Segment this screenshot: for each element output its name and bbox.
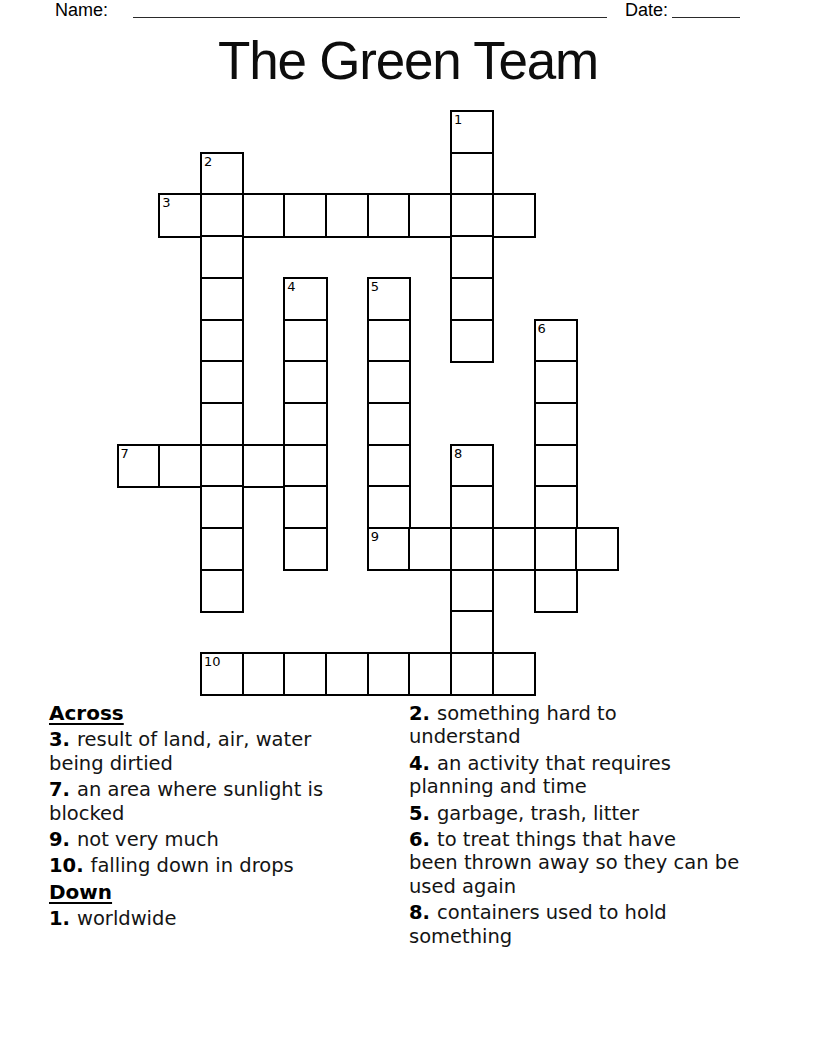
clues-column-right: 2.something hard to understand 4.an acti… <box>409 702 787 951</box>
grid-cell-r10c2[interactable] <box>200 527 244 571</box>
clue-down-2-number: 2. <box>409 702 430 725</box>
grid-cell-r2c2[interactable] <box>200 193 244 237</box>
clue-down-5-text: garbage, trash, litter <box>437 802 639 825</box>
clue-down-2-text: something hard to understand <box>409 702 617 748</box>
clue-down-6-number: 6. <box>409 828 430 851</box>
grid-cell-r8c2[interactable] <box>200 444 244 488</box>
clue-down-1: 1.worldwide <box>49 907 394 930</box>
clue-across-9: 9.not very much <box>49 828 394 851</box>
grid-cell-r12c8[interactable] <box>450 610 494 654</box>
grid-cell-r2c6[interactable] <box>367 193 411 237</box>
clue-down-4-text: an activity that requires planning and t… <box>409 752 671 798</box>
across-heading: Across <box>49 702 394 725</box>
grid-cell-r5c6[interactable] <box>367 319 411 363</box>
clue-number-5: 5 <box>371 279 379 294</box>
grid-cell-r7c2[interactable] <box>200 402 244 446</box>
clue-down-5: 5.garbage, trash, litter <box>409 802 787 825</box>
grid-cell-r9c4[interactable] <box>283 485 327 529</box>
grid-cell-r8c6[interactable] <box>367 444 411 488</box>
grid-cell-r8c4[interactable] <box>283 444 327 488</box>
grid-cell-r11c2[interactable] <box>200 569 244 613</box>
grid-cell-r2c8[interactable] <box>450 193 494 237</box>
grid-cell-r4c4[interactable]: 4 <box>283 277 327 321</box>
clue-across-3: 3.result of land, air, water being dirti… <box>49 728 394 775</box>
clue-down-8-number: 8. <box>409 901 430 924</box>
worksheet-page: Name: Date: The Green Team 12345678910 A… <box>0 0 816 1056</box>
clue-across-7-text: an area where sunlight is blocked <box>49 778 323 824</box>
grid-cell-r13c9[interactable] <box>492 652 536 696</box>
grid-cell-r10c9[interactable] <box>492 527 536 571</box>
grid-cell-r9c8[interactable] <box>450 485 494 529</box>
grid-cell-r4c6[interactable]: 5 <box>367 277 411 321</box>
grid-cell-r2c1[interactable]: 3 <box>158 193 202 237</box>
grid-cell-r10c7[interactable] <box>408 527 452 571</box>
clue-down-5-number: 5. <box>409 802 430 825</box>
grid-cell-r2c7[interactable] <box>408 193 452 237</box>
grid-cell-r11c8[interactable] <box>450 569 494 613</box>
clue-number-8: 8 <box>454 446 462 461</box>
clue-number-3: 3 <box>162 195 170 210</box>
clue-across-9-number: 9. <box>49 828 70 851</box>
grid-cell-r13c4[interactable] <box>283 652 327 696</box>
grid-cell-r10c6[interactable]: 9 <box>367 527 411 571</box>
grid-cell-r7c10[interactable] <box>534 402 578 446</box>
grid-cell-r10c11[interactable] <box>575 527 619 571</box>
grid-cell-r3c2[interactable] <box>200 235 244 279</box>
clue-number-6: 6 <box>538 321 546 336</box>
grid-cell-r8c10[interactable] <box>534 444 578 488</box>
grid-cell-r13c6[interactable] <box>367 652 411 696</box>
grid-cell-r13c7[interactable] <box>408 652 452 696</box>
grid-cell-r8c3[interactable] <box>242 444 286 488</box>
clue-down-6: 6.to treat things that have been thrown … <box>409 828 787 898</box>
clue-down-1-text: worldwide <box>77 907 176 930</box>
clue-down-8-text: containers used to hold something <box>409 901 667 947</box>
grid-cell-r11c10[interactable] <box>534 569 578 613</box>
grid-cell-r13c5[interactable] <box>325 652 369 696</box>
clue-number-2: 2 <box>204 154 212 169</box>
clue-across-10: 10.falling down in drops <box>49 854 394 877</box>
clue-across-3-number: 3. <box>49 728 70 751</box>
grid-cell-r2c3[interactable] <box>242 193 286 237</box>
grid-cell-r0c8[interactable]: 1 <box>450 110 494 154</box>
clue-down-2: 2.something hard to understand <box>409 702 787 749</box>
clue-number-1: 1 <box>454 112 462 127</box>
grid-cell-r9c10[interactable] <box>534 485 578 529</box>
grid-cell-r13c2[interactable]: 10 <box>200 652 244 696</box>
grid-cell-r9c2[interactable] <box>200 485 244 529</box>
grid-cell-r5c10[interactable]: 6 <box>534 319 578 363</box>
grid-cell-r3c8[interactable] <box>450 235 494 279</box>
clue-number-7: 7 <box>121 446 129 461</box>
grid-cell-r6c10[interactable] <box>534 360 578 404</box>
grid-cell-r1c8[interactable] <box>450 152 494 196</box>
grid-cell-r5c4[interactable] <box>283 319 327 363</box>
clue-across-7-number: 7. <box>49 778 70 801</box>
grid-cell-r13c8[interactable] <box>450 652 494 696</box>
clue-across-7: 7.an area where sunlight is blocked <box>49 778 394 825</box>
clues-column-left: Across 3.result of land, air, water bein… <box>49 702 394 934</box>
clue-number-9: 9 <box>371 529 379 544</box>
grid-cell-r7c6[interactable] <box>367 402 411 446</box>
grid-cell-r13c3[interactable] <box>242 652 286 696</box>
grid-cell-r4c2[interactable] <box>200 277 244 321</box>
clue-across-10-number: 10. <box>49 854 84 877</box>
grid-cell-r5c8[interactable] <box>450 319 494 363</box>
grid-cell-r2c9[interactable] <box>492 193 536 237</box>
grid-cell-r10c10[interactable] <box>534 527 578 571</box>
grid-cell-r8c1[interactable] <box>158 444 202 488</box>
clue-number-10: 10 <box>204 654 221 669</box>
grid-cell-r8c0[interactable]: 7 <box>117 444 161 488</box>
grid-cell-r9c6[interactable] <box>367 485 411 529</box>
clue-number-4: 4 <box>287 279 295 294</box>
clue-down-1-number: 1. <box>49 907 70 930</box>
clue-down-4-number: 4. <box>409 752 430 775</box>
grid-cell-r10c4[interactable] <box>283 527 327 571</box>
grid-cell-r10c8[interactable] <box>450 527 494 571</box>
grid-cell-r8c8[interactable]: 8 <box>450 444 494 488</box>
clue-across-3-text: result of land, air, water being dirtied <box>49 728 311 774</box>
clue-across-10-text: falling down in drops <box>91 854 294 877</box>
clue-down-6-text: to treat things that have been thrown aw… <box>409 828 739 898</box>
clue-down-4: 4.an activity that requires planning and… <box>409 752 787 799</box>
grid-cell-r5c2[interactable] <box>200 319 244 363</box>
grid-cell-r1c2[interactable]: 2 <box>200 152 244 196</box>
grid-cell-r2c5[interactable] <box>325 193 369 237</box>
clue-across-9-text: not very much <box>77 828 219 851</box>
grid-cell-r6c2[interactable] <box>200 360 244 404</box>
grid-cell-r7c4[interactable] <box>283 402 327 446</box>
grid-cell-r4c8[interactable] <box>450 277 494 321</box>
grid-cell-r6c6[interactable] <box>367 360 411 404</box>
down-heading: Down <box>49 881 394 904</box>
grid-cell-r2c4[interactable] <box>283 193 327 237</box>
crossword-grid: 12345678910 <box>0 0 816 700</box>
grid-cell-r6c4[interactable] <box>283 360 327 404</box>
clue-down-8: 8.containers used to hold something <box>409 901 787 948</box>
